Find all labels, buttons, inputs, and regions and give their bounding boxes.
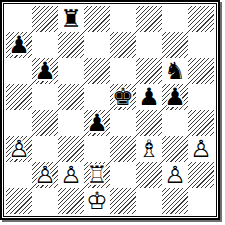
square-c4[interactable]: [58, 110, 84, 136]
piece-white-pawn: ♟♙: [58, 162, 84, 188]
square-e2[interactable]: [110, 162, 136, 188]
square-a2[interactable]: [6, 162, 32, 188]
square-e8[interactable]: [110, 6, 136, 32]
piece-white-pawn: ♟♙: [162, 162, 188, 188]
piece-glyph: ♟: [136, 84, 162, 110]
piece-black-knight: ♞♞: [162, 58, 188, 84]
square-b1[interactable]: [32, 188, 58, 214]
square-b7[interactable]: [32, 32, 58, 58]
square-g8[interactable]: [162, 6, 188, 32]
square-b8[interactable]: [32, 6, 58, 32]
piece-white-pawn: ♟♙: [188, 136, 214, 162]
square-b3[interactable]: [32, 136, 58, 162]
board-inner-frame: ♜♜♟♟♟♟♞♞♚♚♟♟♟♟♟♟♟♙♝♗♟♙♟♙♟♙♜♖♟♙♚♔: [3, 3, 217, 217]
square-g1[interactable]: [162, 188, 188, 214]
piece-glyph: ♖: [84, 162, 110, 188]
square-f1[interactable]: [136, 188, 162, 214]
square-c5[interactable]: [58, 84, 84, 110]
square-c2[interactable]: ♟♙: [58, 162, 84, 188]
square-h7[interactable]: [188, 32, 214, 58]
square-c7[interactable]: [58, 32, 84, 58]
square-a5[interactable]: [6, 84, 32, 110]
square-d6[interactable]: [84, 58, 110, 84]
piece-glyph: ♟: [84, 110, 110, 136]
piece-black-pawn: ♟♟: [162, 84, 188, 110]
square-f7[interactable]: [136, 32, 162, 58]
square-a4[interactable]: [6, 110, 32, 136]
square-b6[interactable]: ♟♟: [32, 58, 58, 84]
square-a1[interactable]: [6, 188, 32, 214]
square-b2[interactable]: ♟♙: [32, 162, 58, 188]
square-h2[interactable]: [188, 162, 214, 188]
square-c6[interactable]: [58, 58, 84, 84]
square-e6[interactable]: [110, 58, 136, 84]
square-g3[interactable]: [162, 136, 188, 162]
square-g5[interactable]: ♟♟: [162, 84, 188, 110]
piece-glyph: ♟: [6, 32, 32, 58]
square-b4[interactable]: [32, 110, 58, 136]
piece-glyph: ♗: [136, 136, 162, 162]
square-d4[interactable]: ♟♟: [84, 110, 110, 136]
piece-glyph: ♟: [162, 84, 188, 110]
square-e4[interactable]: [110, 110, 136, 136]
square-e1[interactable]: [110, 188, 136, 214]
piece-glyph: ♞: [162, 58, 188, 84]
piece-white-bishop: ♝♗: [136, 136, 162, 162]
square-g7[interactable]: [162, 32, 188, 58]
piece-glyph: ♙: [188, 136, 214, 162]
square-e3[interactable]: [110, 136, 136, 162]
piece-white-king: ♚♔: [84, 188, 110, 214]
piece-white-rook: ♜♖: [84, 162, 110, 188]
piece-white-pawn: ♟♙: [6, 136, 32, 162]
square-f4[interactable]: [136, 110, 162, 136]
square-h8[interactable]: [188, 6, 214, 32]
square-a8[interactable]: [6, 6, 32, 32]
piece-glyph: ♟: [32, 58, 58, 84]
square-a3[interactable]: ♟♙: [6, 136, 32, 162]
square-e7[interactable]: [110, 32, 136, 58]
square-f5[interactable]: ♟♟: [136, 84, 162, 110]
piece-glyph: ♙: [58, 162, 84, 188]
piece-black-king: ♚♚: [110, 84, 136, 110]
square-d2[interactable]: ♜♖: [84, 162, 110, 188]
square-d7[interactable]: [84, 32, 110, 58]
square-g4[interactable]: [162, 110, 188, 136]
square-g2[interactable]: ♟♙: [162, 162, 188, 188]
piece-glyph: ♙: [32, 162, 58, 188]
piece-glyph: ♚: [110, 84, 136, 110]
piece-black-pawn: ♟♟: [6, 32, 32, 58]
piece-glyph: ♜: [58, 6, 84, 32]
square-d1[interactable]: ♚♔: [84, 188, 110, 214]
square-h5[interactable]: [188, 84, 214, 110]
square-d8[interactable]: [84, 6, 110, 32]
square-b5[interactable]: [32, 84, 58, 110]
piece-glyph: ♙: [162, 162, 188, 188]
square-f6[interactable]: [136, 58, 162, 84]
square-c8[interactable]: ♜♜: [58, 6, 84, 32]
square-h6[interactable]: [188, 58, 214, 84]
square-a6[interactable]: [6, 58, 32, 84]
square-g6[interactable]: ♞♞: [162, 58, 188, 84]
piece-glyph: ♙: [6, 136, 32, 162]
square-c3[interactable]: [58, 136, 84, 162]
square-f8[interactable]: [136, 6, 162, 32]
square-h4[interactable]: [188, 110, 214, 136]
piece-glyph: ♔: [84, 188, 110, 214]
square-e5[interactable]: ♚♚: [110, 84, 136, 110]
piece-white-pawn: ♟♙: [32, 162, 58, 188]
piece-black-pawn: ♟♟: [32, 58, 58, 84]
square-h3[interactable]: ♟♙: [188, 136, 214, 162]
square-d3[interactable]: [84, 136, 110, 162]
square-f2[interactable]: [136, 162, 162, 188]
piece-black-pawn: ♟♟: [136, 84, 162, 110]
square-f3[interactable]: ♝♗: [136, 136, 162, 162]
square-a7[interactable]: ♟♟: [6, 32, 32, 58]
square-h1[interactable]: [188, 188, 214, 214]
board-grid: ♜♜♟♟♟♟♞♞♚♚♟♟♟♟♟♟♟♙♝♗♟♙♟♙♟♙♜♖♟♙♚♔: [6, 6, 214, 214]
square-c1[interactable]: [58, 188, 84, 214]
square-d5[interactable]: [84, 84, 110, 110]
chess-diagram: ♜♜♟♟♟♟♞♞♚♚♟♟♟♟♟♟♟♙♝♗♟♙♟♙♟♙♜♖♟♙♚♔: [0, 0, 225, 225]
piece-black-rook: ♜♜: [58, 6, 84, 32]
piece-black-pawn: ♟♟: [84, 110, 110, 136]
board-outer-frame: ♜♜♟♟♟♟♞♞♚♚♟♟♟♟♟♟♟♙♝♗♟♙♟♙♟♙♜♖♟♙♚♔: [0, 0, 220, 220]
